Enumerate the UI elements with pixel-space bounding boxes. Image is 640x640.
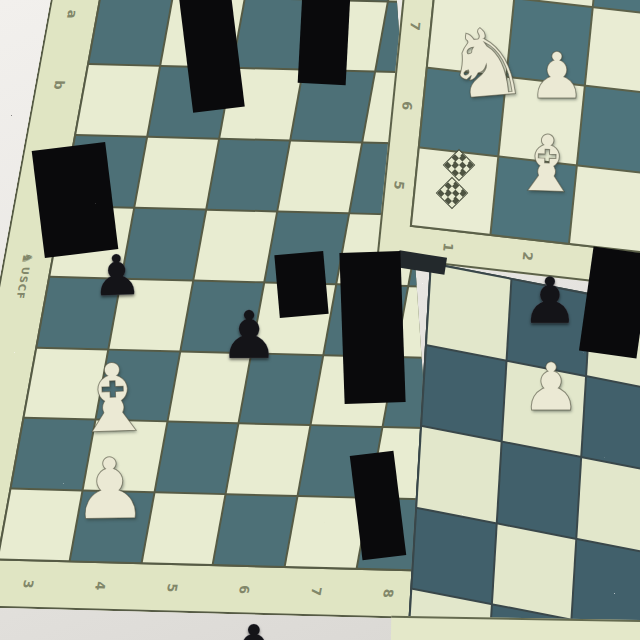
- coordinate-label-2: 2: [521, 251, 535, 261]
- knight-logo-icon: ♞: [19, 252, 36, 265]
- coordinate-label-b: b: [52, 80, 67, 90]
- dark-square: [497, 443, 580, 538]
- dark-square: [582, 377, 640, 472]
- dark-square: [207, 140, 289, 211]
- light-square: [135, 138, 217, 209]
- light-square: [227, 425, 309, 496]
- white-pawn-piece: ♟: [525, 44, 589, 108]
- white-knight-piece: ♞: [435, 13, 537, 115]
- black-occlusion-patch: [339, 251, 405, 404]
- light-square: [194, 211, 276, 282]
- coordinate-label-1: 1: [441, 242, 455, 252]
- light-square: [142, 493, 224, 564]
- light-square: [417, 427, 500, 522]
- black-occlusion-patch: [274, 251, 328, 318]
- coordinate-label-6: 6: [400, 100, 414, 110]
- dark-square: [89, 0, 171, 65]
- coordinate-label-6: 6: [237, 585, 252, 594]
- black-pawn-piece: ♟: [88, 247, 146, 305]
- coordinate-label-5: 5: [165, 583, 180, 592]
- coordinate-label-8: 8: [381, 589, 396, 598]
- bottom-board-border-strip: [391, 616, 640, 640]
- dark-square: [214, 495, 296, 566]
- black-occlusion-patch: [32, 142, 119, 258]
- black-pawn-piece: ♟: [217, 615, 291, 640]
- light-square: [492, 524, 575, 619]
- coordinate-label-7: 7: [309, 587, 324, 596]
- light-square: [76, 65, 158, 136]
- white-pawn-piece: ♟: [518, 355, 584, 421]
- black-pawn-piece: ♟: [518, 269, 582, 333]
- coordinate-label-4: 4: [93, 581, 108, 590]
- dark-square: [155, 423, 237, 494]
- coordinate-label-a: a: [65, 9, 80, 18]
- black-occlusion-patch: [298, 0, 351, 85]
- coordinate-label-3: 3: [21, 579, 36, 588]
- light-square: [577, 458, 640, 553]
- coordinate-label-5: 5: [392, 180, 406, 190]
- light-square: [586, 8, 640, 94]
- white-bishop-piece: ♝: [507, 124, 588, 205]
- white-bishop-piece: ♝: [64, 350, 161, 447]
- white-pawn-piece: ♟: [67, 446, 152, 531]
- light-square: [427, 264, 510, 359]
- black-pawn-piece: ♟: [216, 303, 282, 369]
- light-square: [279, 142, 361, 213]
- dark-square: [422, 346, 505, 441]
- coordinate-label-7: 7: [408, 21, 422, 31]
- chessboard-photo-collage: 345678abc♞USCF123765 ♟♟♝♟♞♟♝♟♟♟: [0, 0, 640, 640]
- dark-square: [412, 509, 495, 604]
